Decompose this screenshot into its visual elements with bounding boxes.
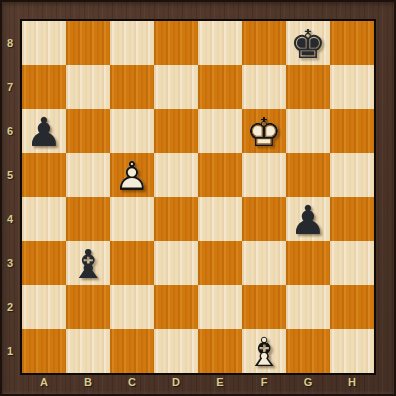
square-b4[interactable] [66,197,110,241]
piece-fill-glyph: ♟ [26,112,62,152]
square-f8[interactable] [242,21,286,65]
white-pawn[interactable]: ♟♙ [110,153,154,197]
black-bishop[interactable]: ♝ [66,241,110,285]
square-f7[interactable] [242,65,286,109]
square-d6[interactable] [154,109,198,153]
square-a6[interactable]: ♟ [22,109,66,153]
black-pawn[interactable]: ♟ [286,197,330,241]
square-a5[interactable] [22,153,66,197]
square-c5[interactable]: ♟♙ [110,153,154,197]
rank-labels: 87654321 [0,21,20,373]
square-g6[interactable] [286,109,330,153]
square-h8[interactable] [330,21,374,65]
rank-label-4: 4 [0,197,20,241]
file-labels: ABCDEFGH [22,374,374,390]
piece-outline-glyph: ♙ [114,156,150,196]
square-f4[interactable] [242,197,286,241]
square-g2[interactable] [286,285,330,329]
square-a3[interactable] [22,241,66,285]
square-c6[interactable] [110,109,154,153]
white-king[interactable]: ♚♔ [242,109,286,153]
square-a4[interactable] [22,197,66,241]
square-d5[interactable] [154,153,198,197]
rank-label-5: 5 [0,153,20,197]
square-f6[interactable]: ♚♔ [242,109,286,153]
rank-label-3: 3 [0,241,20,285]
rank-label-6: 6 [0,109,20,153]
piece-fill-glyph: ♚ [290,24,326,64]
square-f1[interactable]: ♝♗ [242,329,286,373]
square-b6[interactable] [66,109,110,153]
square-h5[interactable] [330,153,374,197]
square-a2[interactable] [22,285,66,329]
square-b7[interactable] [66,65,110,109]
square-e4[interactable] [198,197,242,241]
square-d4[interactable] [154,197,198,241]
rank-label-8: 8 [0,21,20,65]
piece-outline-glyph: ♗ [246,332,282,372]
chess-board-frame: 87654321 ABCDEFGH ♚♟♚♔♟♙♟♝♝♗ [0,0,396,396]
black-king[interactable]: ♚ [286,21,330,65]
rank-label-7: 7 [0,65,20,109]
file-label-H: H [330,374,374,390]
square-b1[interactable] [66,329,110,373]
file-label-G: G [286,374,330,390]
square-g5[interactable] [286,153,330,197]
square-h4[interactable] [330,197,374,241]
square-c2[interactable] [110,285,154,329]
square-g4[interactable]: ♟ [286,197,330,241]
square-f3[interactable] [242,241,286,285]
square-h3[interactable] [330,241,374,285]
file-label-D: D [154,374,198,390]
square-d1[interactable] [154,329,198,373]
square-g7[interactable] [286,65,330,109]
square-c7[interactable] [110,65,154,109]
chess-board: ♚♟♚♔♟♙♟♝♝♗ [20,19,376,375]
square-h7[interactable] [330,65,374,109]
piece-fill-glyph: ♝ [70,244,106,284]
file-label-A: A [22,374,66,390]
square-a8[interactable] [22,21,66,65]
square-b5[interactable] [66,153,110,197]
square-b8[interactable] [66,21,110,65]
square-c4[interactable] [110,197,154,241]
square-f5[interactable] [242,153,286,197]
rank-label-2: 2 [0,285,20,329]
square-h6[interactable] [330,109,374,153]
square-f2[interactable] [242,285,286,329]
square-c1[interactable] [110,329,154,373]
square-e1[interactable] [198,329,242,373]
file-label-E: E [198,374,242,390]
piece-outline-glyph: ♔ [246,112,282,152]
white-bishop[interactable]: ♝♗ [242,329,286,373]
square-d3[interactable] [154,241,198,285]
file-label-C: C [110,374,154,390]
square-g1[interactable] [286,329,330,373]
square-d7[interactable] [154,65,198,109]
black-pawn[interactable]: ♟ [22,109,66,153]
square-e6[interactable] [198,109,242,153]
file-label-F: F [242,374,286,390]
square-g3[interactable] [286,241,330,285]
square-d8[interactable] [154,21,198,65]
square-e5[interactable] [198,153,242,197]
square-a7[interactable] [22,65,66,109]
file-label-B: B [66,374,110,390]
square-h1[interactable] [330,329,374,373]
square-e8[interactable] [198,21,242,65]
rank-label-1: 1 [0,329,20,373]
square-e7[interactable] [198,65,242,109]
square-e2[interactable] [198,285,242,329]
square-e3[interactable] [198,241,242,285]
square-c3[interactable] [110,241,154,285]
square-b2[interactable] [66,285,110,329]
square-b3[interactable]: ♝ [66,241,110,285]
square-g8[interactable]: ♚ [286,21,330,65]
square-a1[interactable] [22,329,66,373]
square-h2[interactable] [330,285,374,329]
square-d2[interactable] [154,285,198,329]
piece-fill-glyph: ♟ [290,200,326,240]
square-c8[interactable] [110,21,154,65]
